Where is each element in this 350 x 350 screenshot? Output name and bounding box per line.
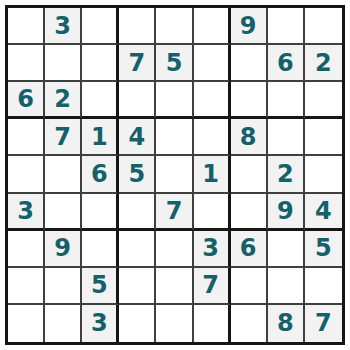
- cell-r6c7[interactable]: [231, 194, 268, 231]
- cell-r5c2[interactable]: [45, 156, 82, 193]
- cell-r3c2[interactable]: 2: [45, 82, 82, 119]
- cell-r8c8[interactable]: [268, 268, 305, 305]
- cell-r2c5[interactable]: 5: [156, 45, 193, 82]
- cell-r9c3[interactable]: 3: [82, 305, 119, 342]
- cell-r8c5[interactable]: [156, 268, 193, 305]
- cell-r7c3[interactable]: [82, 231, 119, 268]
- cell-r2c8[interactable]: 6: [268, 45, 305, 82]
- cell-r5c4[interactable]: 5: [119, 156, 156, 193]
- cell-r3c1[interactable]: 6: [8, 82, 45, 119]
- cell-r8c9[interactable]: [305, 268, 342, 305]
- cell-r2c7[interactable]: [231, 45, 268, 82]
- cell-r1c5[interactable]: [156, 8, 193, 45]
- cell-r6c5[interactable]: 7: [156, 194, 193, 231]
- cell-r3c9[interactable]: [305, 82, 342, 119]
- cell-r1c6[interactable]: [194, 8, 231, 45]
- cell-r2c3[interactable]: [82, 45, 119, 82]
- cell-r7c1[interactable]: [8, 231, 45, 268]
- cell-r2c6[interactable]: [194, 45, 231, 82]
- cell-r3c6[interactable]: [194, 82, 231, 119]
- cell-r1c4[interactable]: [119, 8, 156, 45]
- cell-r6c9[interactable]: 4: [305, 194, 342, 231]
- cell-r4c9[interactable]: [305, 119, 342, 156]
- cell-r7c6[interactable]: 3: [194, 231, 231, 268]
- cell-r3c7[interactable]: [231, 82, 268, 119]
- cell-r1c9[interactable]: [305, 8, 342, 45]
- cell-r3c8[interactable]: [268, 82, 305, 119]
- cell-r2c1[interactable]: [8, 45, 45, 82]
- cell-r8c6[interactable]: 7: [194, 268, 231, 305]
- cell-r7c7[interactable]: 6: [231, 231, 268, 268]
- cell-r1c3[interactable]: [82, 8, 119, 45]
- cell-r7c4[interactable]: [119, 231, 156, 268]
- cell-r9c7[interactable]: [231, 305, 268, 342]
- cell-r9c6[interactable]: [194, 305, 231, 342]
- cell-r2c4[interactable]: 7: [119, 45, 156, 82]
- cell-r8c3[interactable]: 5: [82, 268, 119, 305]
- cell-r5c9[interactable]: [305, 156, 342, 193]
- cell-r9c9[interactable]: 7: [305, 305, 342, 342]
- cell-r8c7[interactable]: [231, 268, 268, 305]
- cell-r7c9[interactable]: 5: [305, 231, 342, 268]
- sudoku-board: 39756262714865123794936557387: [5, 5, 345, 345]
- cell-r8c4[interactable]: [119, 268, 156, 305]
- cell-r6c6[interactable]: [194, 194, 231, 231]
- cell-r1c7[interactable]: 9: [231, 8, 268, 45]
- cell-r6c3[interactable]: [82, 194, 119, 231]
- cell-r1c8[interactable]: [268, 8, 305, 45]
- cell-r4c3[interactable]: 1: [82, 119, 119, 156]
- cell-r8c2[interactable]: [45, 268, 82, 305]
- cell-r6c1[interactable]: 3: [8, 194, 45, 231]
- cell-r5c7[interactable]: [231, 156, 268, 193]
- cell-r4c4[interactable]: 4: [119, 119, 156, 156]
- cell-r4c6[interactable]: [194, 119, 231, 156]
- cell-r4c7[interactable]: 8: [231, 119, 268, 156]
- cell-r3c3[interactable]: [82, 82, 119, 119]
- cell-r4c1[interactable]: [8, 119, 45, 156]
- cell-r7c2[interactable]: 9: [45, 231, 82, 268]
- cell-r1c2[interactable]: 3: [45, 8, 82, 45]
- cell-r4c8[interactable]: [268, 119, 305, 156]
- cell-r9c5[interactable]: [156, 305, 193, 342]
- cell-r6c8[interactable]: 9: [268, 194, 305, 231]
- sudoku-page: 39756262714865123794936557387: [0, 0, 350, 350]
- cell-r9c1[interactable]: [8, 305, 45, 342]
- cell-r9c8[interactable]: 8: [268, 305, 305, 342]
- cell-r5c1[interactable]: [8, 156, 45, 193]
- cell-r4c5[interactable]: [156, 119, 193, 156]
- cell-r4c2[interactable]: 7: [45, 119, 82, 156]
- cell-r2c9[interactable]: 2: [305, 45, 342, 82]
- cell-r6c2[interactable]: [45, 194, 82, 231]
- cell-r9c2[interactable]: [45, 305, 82, 342]
- cell-r7c8[interactable]: [268, 231, 305, 268]
- cell-r5c6[interactable]: 1: [194, 156, 231, 193]
- cell-r3c5[interactable]: [156, 82, 193, 119]
- cell-r7c5[interactable]: [156, 231, 193, 268]
- cell-r5c5[interactable]: [156, 156, 193, 193]
- cell-r3c4[interactable]: [119, 82, 156, 119]
- cell-r1c1[interactable]: [8, 8, 45, 45]
- cell-r5c3[interactable]: 6: [82, 156, 119, 193]
- cell-r8c1[interactable]: [8, 268, 45, 305]
- cell-r2c2[interactable]: [45, 45, 82, 82]
- cell-r6c4[interactable]: [119, 194, 156, 231]
- cell-r5c8[interactable]: 2: [268, 156, 305, 193]
- cell-r9c4[interactable]: [119, 305, 156, 342]
